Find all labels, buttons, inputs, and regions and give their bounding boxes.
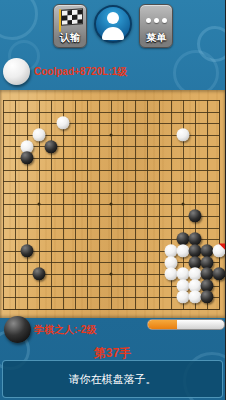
bottom-player-name: 学棋之人:-2级 [34, 323, 96, 337]
go-board[interactable] [0, 90, 225, 318]
stone-black [189, 209, 202, 222]
resign-button-label: 认输 [54, 31, 86, 45]
stone-black [21, 244, 34, 257]
resign-button[interactable]: 认输 [53, 4, 87, 48]
last-move-marker-icon [219, 243, 226, 251]
white-stone-avatar [3, 58, 30, 85]
go-app-screen: 认输 菜单 Coolpad+8720L:1级 学棋之人:-2级 第37手 请你在… [0, 0, 225, 400]
stone-white [213, 244, 226, 257]
toolbar: 认输 菜单 [0, 0, 225, 55]
stone-white [33, 128, 46, 141]
black-stone-avatar [4, 316, 31, 343]
stone-black [213, 267, 226, 280]
stone-black [201, 291, 214, 304]
stones-grid [0, 94, 225, 314]
bottom-player-bar: 学棋之人:-2级 [0, 318, 225, 345]
stone-black [33, 267, 46, 280]
menu-button[interactable]: 菜单 [139, 4, 173, 48]
time-bar [147, 319, 225, 330]
three-dots-icon [140, 18, 172, 23]
stone-white [57, 117, 70, 130]
time-bar-fill [148, 320, 177, 329]
player-avatar-button[interactable] [94, 5, 132, 43]
top-player-bar: Coolpad+8720L:1级 [0, 55, 225, 90]
top-player-name: Coolpad+8720L:1级 [34, 65, 127, 79]
checkered-flag-icon [61, 8, 83, 26]
status-panel: 请你在棋盘落子。 [2, 360, 223, 398]
menu-button-label: 菜单 [140, 31, 172, 45]
stone-white [177, 128, 190, 141]
stone-black [45, 140, 58, 153]
stone-black [21, 151, 34, 164]
status-message: 请你在棋盘落子。 [69, 372, 157, 387]
person-icon [102, 27, 124, 40]
person-icon [107, 12, 119, 24]
